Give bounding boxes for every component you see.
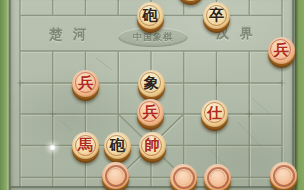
piece-black-soldier[interactable]: 卒 [202, 2, 231, 35]
piece-red-advisor[interactable]: 仕 [200, 100, 229, 133]
piece-red-horse[interactable]: 馬 [71, 132, 100, 165]
piece-engraved-ring [105, 165, 127, 187]
piece-engraved-ring [207, 167, 229, 189]
piece-unknown-offscreen-top[interactable] [176, 0, 205, 7]
piece-character: 兵 [72, 70, 99, 97]
piece-red-soldier[interactable]: 兵 [267, 37, 296, 70]
piece-hidden-facedown[interactable] [169, 164, 198, 190]
xiangqi-game-screen: 楚河 汉界 中国象棋 砲卒兵兵象兵仕馬砲帥 [0, 0, 304, 190]
piece-hidden-facedown[interactable] [203, 164, 232, 190]
piece-character: 兵 [268, 37, 295, 64]
piece-hidden-facedown[interactable] [101, 162, 130, 190]
piece-red-soldier[interactable]: 兵 [71, 70, 100, 103]
piece-black-cannon[interactable]: 砲 [103, 132, 132, 165]
river-label-left: 楚河 [49, 26, 97, 44]
piece-character: 馬 [72, 132, 99, 159]
piece-hidden-facedown[interactable] [269, 162, 298, 190]
piece-red-general[interactable]: 帥 [138, 132, 167, 165]
piece-character: 砲 [137, 2, 164, 29]
piece-side-rim [177, 0, 204, 5]
piece-character: 砲 [104, 132, 131, 159]
piece-red-soldier[interactable]: 兵 [136, 99, 165, 132]
piece-black-cannon[interactable]: 砲 [136, 2, 165, 35]
piece-character: 仕 [201, 100, 228, 127]
piece-character: 象 [138, 70, 165, 97]
piece-engraved-ring [273, 165, 295, 187]
piece-character: 卒 [203, 2, 230, 29]
piece-character: 帥 [139, 132, 166, 159]
piece-character: 兵 [137, 99, 164, 126]
